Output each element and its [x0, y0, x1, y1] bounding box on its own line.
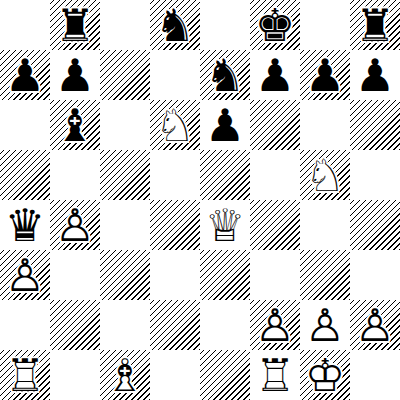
- piece-white-pawn: ♙: [300, 300, 350, 350]
- square-g4[interactable]: [300, 200, 350, 250]
- square-g2[interactable]: ♟♙: [300, 300, 350, 350]
- chess-board: ♜♜♞♞♚♚♜♜♟♟♟♟♞♞♟♟♟♟♟♟♝♝♞♘♟♟♞♘♛♛♟♙♛♕♟♙♟♙♟♙…: [0, 0, 400, 400]
- piece-white-knight: ♘: [150, 100, 200, 150]
- square-a7[interactable]: ♟♟: [0, 50, 50, 100]
- piece-black-knight: ♞: [150, 0, 200, 50]
- square-b7[interactable]: ♟♟: [50, 50, 100, 100]
- square-d1[interactable]: [150, 350, 200, 400]
- square-c1[interactable]: ♝♗: [100, 350, 150, 400]
- square-h3[interactable]: [350, 250, 400, 300]
- piece-black-knight: ♞: [200, 50, 250, 100]
- piece-black-pawn: ♟: [350, 50, 400, 100]
- square-f7[interactable]: ♟♟: [250, 50, 300, 100]
- square-d6[interactable]: ♞♘: [150, 100, 200, 150]
- square-c6[interactable]: [100, 100, 150, 150]
- piece-white-pawn: ♙: [250, 300, 300, 350]
- square-e3[interactable]: [200, 250, 250, 300]
- square-a1[interactable]: ♜♖: [0, 350, 50, 400]
- piece-black-king: ♚: [250, 0, 300, 50]
- square-g6[interactable]: [300, 100, 350, 150]
- square-f2[interactable]: ♟♙: [250, 300, 300, 350]
- square-d4[interactable]: [150, 200, 200, 250]
- square-h7[interactable]: ♟♟: [350, 50, 400, 100]
- square-d2[interactable]: [150, 300, 200, 350]
- piece-black-pawn: ♟: [50, 50, 100, 100]
- square-c5[interactable]: [100, 150, 150, 200]
- square-e5[interactable]: [200, 150, 250, 200]
- piece-white-pawn: ♙: [0, 250, 50, 300]
- piece-white-king: ♔: [300, 350, 350, 400]
- piece-white-queen: ♕: [200, 200, 250, 250]
- square-a4[interactable]: ♛♛: [0, 200, 50, 250]
- piece-black-pawn: ♟: [200, 100, 250, 150]
- piece-white-rook: ♖: [250, 350, 300, 400]
- square-c8[interactable]: [100, 0, 150, 50]
- square-c7[interactable]: [100, 50, 150, 100]
- square-c3[interactable]: [100, 250, 150, 300]
- square-d5[interactable]: [150, 150, 200, 200]
- square-g7[interactable]: ♟♟: [300, 50, 350, 100]
- square-e2[interactable]: [200, 300, 250, 350]
- square-f8[interactable]: ♚♚: [250, 0, 300, 50]
- square-c4[interactable]: [100, 200, 150, 250]
- square-g3[interactable]: [300, 250, 350, 300]
- piece-white-pawn: ♙: [350, 300, 400, 350]
- piece-white-rook: ♖: [0, 350, 50, 400]
- piece-white-pawn: ♙: [50, 200, 100, 250]
- square-f1[interactable]: ♜♖: [250, 350, 300, 400]
- square-f3[interactable]: [250, 250, 300, 300]
- piece-white-knight: ♘: [300, 150, 350, 200]
- square-f6[interactable]: [250, 100, 300, 150]
- square-d8[interactable]: ♞♞: [150, 0, 200, 50]
- square-g5[interactable]: ♞♘: [300, 150, 350, 200]
- piece-black-queen: ♛: [0, 200, 50, 250]
- square-b4[interactable]: ♟♙: [50, 200, 100, 250]
- square-f5[interactable]: [250, 150, 300, 200]
- square-g1[interactable]: ♚♔: [300, 350, 350, 400]
- square-e8[interactable]: [200, 0, 250, 50]
- square-e1[interactable]: [200, 350, 250, 400]
- square-h8[interactable]: ♜♜: [350, 0, 400, 50]
- square-b2[interactable]: [50, 300, 100, 350]
- square-a2[interactable]: [0, 300, 50, 350]
- square-g8[interactable]: [300, 0, 350, 50]
- chess-diagram: ♜♜♞♞♚♚♜♜♟♟♟♟♞♞♟♟♟♟♟♟♝♝♞♘♟♟♞♘♛♛♟♙♛♕♟♙♟♙♟♙…: [0, 0, 400, 400]
- piece-black-rook: ♜: [350, 0, 400, 50]
- square-b1[interactable]: [50, 350, 100, 400]
- square-d3[interactable]: [150, 250, 200, 300]
- square-h6[interactable]: [350, 100, 400, 150]
- square-e6[interactable]: ♟♟: [200, 100, 250, 150]
- square-e4[interactable]: ♛♕: [200, 200, 250, 250]
- square-h1[interactable]: [350, 350, 400, 400]
- piece-black-bishop: ♝: [50, 100, 100, 150]
- square-e7[interactable]: ♞♞: [200, 50, 250, 100]
- square-b5[interactable]: [50, 150, 100, 200]
- piece-white-bishop: ♗: [100, 350, 150, 400]
- square-h2[interactable]: ♟♙: [350, 300, 400, 350]
- square-d7[interactable]: [150, 50, 200, 100]
- square-h4[interactable]: [350, 200, 400, 250]
- square-a3[interactable]: ♟♙: [0, 250, 50, 300]
- square-b6[interactable]: ♝♝: [50, 100, 100, 150]
- piece-black-rook: ♜: [50, 0, 100, 50]
- square-b3[interactable]: [50, 250, 100, 300]
- square-h5[interactable]: [350, 150, 400, 200]
- square-a5[interactable]: [0, 150, 50, 200]
- piece-black-pawn: ♟: [300, 50, 350, 100]
- piece-black-pawn: ♟: [250, 50, 300, 100]
- square-b8[interactable]: ♜♜: [50, 0, 100, 50]
- square-f4[interactable]: [250, 200, 300, 250]
- square-a8[interactable]: [0, 0, 50, 50]
- square-a6[interactable]: [0, 100, 50, 150]
- piece-black-pawn: ♟: [0, 50, 50, 100]
- square-c2[interactable]: [100, 300, 150, 350]
